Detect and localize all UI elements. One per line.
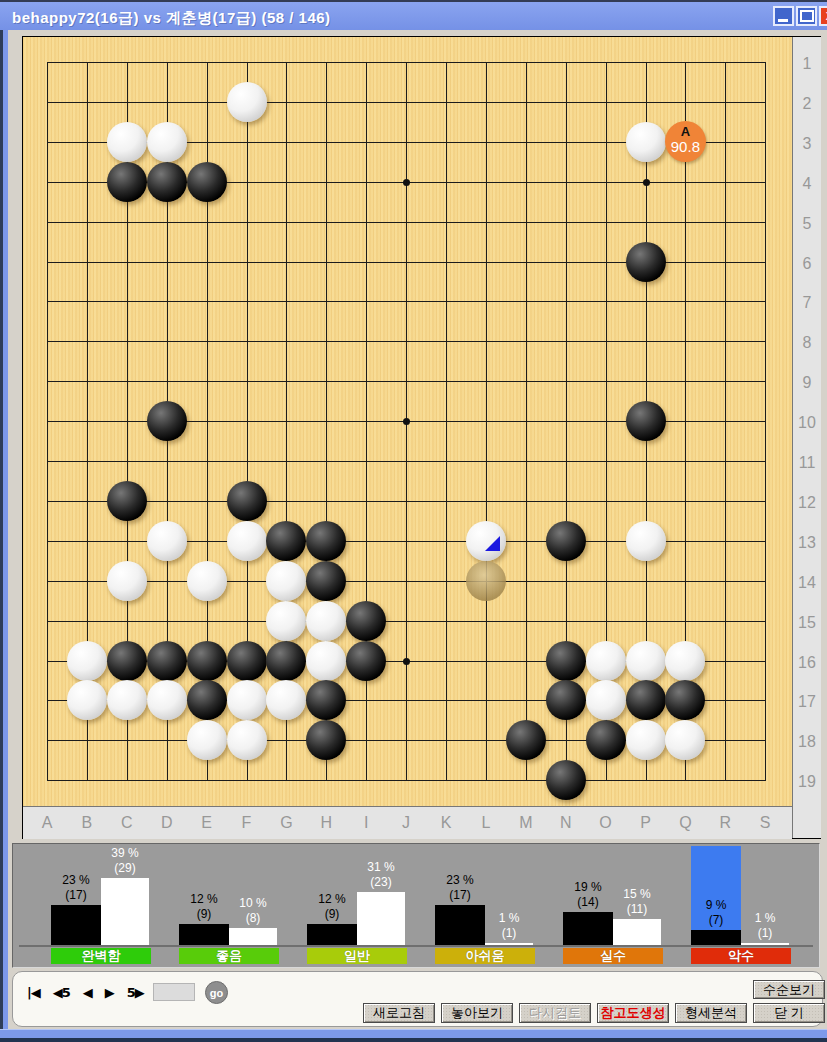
- row-label-8: 8: [795, 334, 819, 352]
- black-stone-E4[interactable]: [187, 162, 227, 202]
- white-stone-E14[interactable]: [187, 561, 227, 601]
- white-stone-C3[interactable]: [107, 122, 147, 162]
- category-label-일반: 일반: [307, 948, 407, 964]
- black-stone-I15[interactable]: [346, 601, 386, 641]
- grid-line: [526, 62, 527, 781]
- black-stone-G13[interactable]: [266, 521, 306, 561]
- white-stone-Q18[interactable]: [665, 720, 705, 760]
- column-coordinate-strip: ABCDEFGHIJKLMNOPQRS: [23, 806, 792, 839]
- move-number-input[interactable]: [153, 983, 195, 1001]
- move-list-button[interactable]: 수순보기: [753, 980, 825, 999]
- white-stone-D3[interactable]: [147, 122, 187, 162]
- white-stone-O16[interactable]: [586, 641, 626, 681]
- black-stone-N19[interactable]: [546, 760, 586, 800]
- value-label: 1 % (1): [477, 911, 541, 941]
- black-stone-O18[interactable]: [586, 720, 626, 760]
- black-stone-C4[interactable]: [107, 162, 147, 202]
- column-label-E: E: [195, 814, 219, 832]
- white-bar-악수: [741, 943, 789, 945]
- black-stone-H13[interactable]: [306, 521, 346, 561]
- category-label-완벽함: 완벽함: [51, 948, 151, 964]
- candidate-move-marker[interactable]: A90.8: [665, 121, 706, 162]
- black-stone-F12[interactable]: [227, 481, 267, 521]
- value-label: 1 % (1): [733, 911, 797, 941]
- white-stone-O17[interactable]: [586, 680, 626, 720]
- value-label: 10 % (8): [221, 896, 285, 926]
- black-stone-E17[interactable]: [187, 680, 227, 720]
- star-point: [403, 179, 410, 186]
- value-label: 31 % (23): [349, 860, 413, 890]
- white-stone-H16[interactable]: [306, 641, 346, 681]
- nav-button-back[interactable]: ◀: [83, 985, 92, 1000]
- white-bar-실수: [613, 919, 661, 945]
- action-button-참고도생성[interactable]: 참고도생성: [597, 1003, 669, 1023]
- nav-button-forward[interactable]: ▶: [105, 985, 114, 1000]
- black-stone-H14[interactable]: [306, 561, 346, 601]
- row-label-5: 5: [795, 215, 819, 233]
- window-title: behappy72(16급) vs 계춘병(17급) (58 / 146): [12, 9, 331, 28]
- white-bar-아쉬움: [485, 943, 533, 945]
- column-label-J: J: [394, 814, 418, 832]
- maximize-button[interactable]: [796, 6, 817, 26]
- column-label-I: I: [354, 814, 378, 832]
- row-label-19: 19: [795, 773, 819, 791]
- category-label-아쉬움: 아쉬움: [435, 948, 535, 964]
- column-label-Q: Q: [673, 814, 697, 832]
- row-label-18: 18: [795, 733, 819, 751]
- row-label-12: 12: [795, 494, 819, 512]
- column-label-O: O: [594, 814, 618, 832]
- column-label-B: B: [75, 814, 99, 832]
- value-label: 15 % (11): [605, 887, 669, 917]
- black-bar-일반: [307, 924, 357, 945]
- column-label-S: S: [753, 814, 777, 832]
- white-stone-F2[interactable]: [227, 82, 267, 122]
- value-label: 12 % (9): [300, 892, 364, 922]
- black-stone-C12[interactable]: [107, 481, 147, 521]
- white-stone-F18[interactable]: [227, 720, 267, 760]
- white-stone-D13[interactable]: [147, 521, 187, 561]
- white-stone-H15[interactable]: [306, 601, 346, 641]
- row-label-6: 6: [795, 255, 819, 273]
- column-label-G: G: [274, 814, 298, 832]
- row-label-1: 1: [795, 55, 819, 73]
- grid-line: [47, 501, 766, 502]
- close-button[interactable]: X: [819, 6, 827, 26]
- white-stone-P18[interactable]: [626, 720, 666, 760]
- action-button-놓아보기[interactable]: 놓아보기: [441, 1003, 513, 1023]
- white-stone-F17[interactable]: [227, 680, 267, 720]
- black-stone-H17[interactable]: [306, 680, 346, 720]
- white-stone-G15[interactable]: [266, 601, 306, 641]
- black-stone-E16[interactable]: [187, 641, 227, 681]
- window-bottom-border: [0, 1029, 827, 1042]
- black-stone-Q17[interactable]: [665, 680, 705, 720]
- go-board[interactable]: A90.8: [23, 37, 792, 806]
- black-stone-P6[interactable]: [626, 242, 666, 282]
- star-point: [643, 179, 650, 186]
- row-label-3: 3: [795, 135, 819, 153]
- grid-line: [47, 621, 766, 622]
- star-point: [403, 418, 410, 425]
- value-label: 23 % (17): [44, 873, 108, 903]
- grid-line: [47, 461, 766, 462]
- column-label-L: L: [474, 814, 498, 832]
- black-stone-C16[interactable]: [107, 641, 147, 681]
- row-label-16: 16: [795, 654, 819, 672]
- category-label-좋음: 좋음: [179, 948, 279, 964]
- white-stone-P3[interactable]: [626, 122, 666, 162]
- action-button-닫기[interactable]: 닫 기: [753, 1003, 825, 1023]
- column-label-F: F: [235, 814, 259, 832]
- row-coordinate-strip: 12345678910111213141516171819: [792, 37, 821, 838]
- white-stone-C17[interactable]: [107, 680, 147, 720]
- chart-baseline: [19, 945, 813, 947]
- candidate-winrate: 90.8: [665, 139, 706, 155]
- minimize-icon: [778, 19, 788, 22]
- white-stone-B17[interactable]: [67, 680, 107, 720]
- board-panel: 12345678910111213141516171819 ABCDEFGHIJ…: [22, 36, 821, 839]
- title-bar: behappy72(16급) vs 계춘병(17급) (58 / 146): [0, 0, 827, 30]
- row-label-17: 17: [795, 693, 819, 711]
- row-label-11: 11: [795, 454, 819, 472]
- row-label-10: 10: [795, 414, 819, 432]
- column-label-D: D: [155, 814, 179, 832]
- black-stone-N17[interactable]: [546, 680, 586, 720]
- row-label-13: 13: [795, 534, 819, 552]
- maximize-icon: [800, 10, 814, 22]
- column-label-N: N: [554, 814, 578, 832]
- row-label-14: 14: [795, 574, 819, 592]
- column-label-R: R: [713, 814, 737, 832]
- black-stone-F16[interactable]: [227, 641, 267, 681]
- row-label-2: 2: [795, 95, 819, 113]
- black-stone-D16[interactable]: [147, 641, 187, 681]
- row-label-15: 15: [795, 614, 819, 632]
- column-label-H: H: [314, 814, 338, 832]
- row-label-7: 7: [795, 294, 819, 312]
- white-stone-B16[interactable]: [67, 641, 107, 681]
- value-label: 23 % (17): [428, 873, 492, 903]
- white-stone-P16[interactable]: [626, 641, 666, 681]
- white-stone-P13[interactable]: [626, 521, 666, 561]
- row-label-9: 9: [795, 374, 819, 392]
- value-label: 39 % (29): [93, 846, 157, 876]
- column-label-P: P: [634, 814, 658, 832]
- white-bar-좋음: [229, 928, 277, 945]
- window-left-border: [0, 30, 8, 1030]
- black-stone-D4[interactable]: [147, 162, 187, 202]
- grid-line: [47, 581, 766, 582]
- nav-button-forward5[interactable]: 5▶: [127, 985, 144, 1000]
- move-quality-chart: 23 % (17)39 % (29)완벽함12 % (9)10 % (8)좋음1…: [12, 843, 820, 968]
- last-move-triangle-icon: [485, 536, 500, 551]
- column-label-M: M: [514, 814, 538, 832]
- column-label-C: C: [115, 814, 139, 832]
- white-stone-L13[interactable]: [466, 521, 506, 561]
- ghost-stone: [466, 561, 506, 601]
- black-stone-G16[interactable]: [266, 641, 306, 681]
- white-bar-일반: [357, 892, 405, 945]
- white-stone-G14[interactable]: [266, 561, 306, 601]
- white-stone-Q16[interactable]: [665, 641, 705, 681]
- black-stone-P10[interactable]: [626, 401, 666, 441]
- black-stone-N16[interactable]: [546, 641, 586, 681]
- white-stone-E18[interactable]: [187, 720, 227, 760]
- grid-line: [446, 62, 447, 781]
- action-button-다시검토: 다시검토: [519, 1003, 591, 1023]
- black-bar-좋음: [179, 924, 229, 945]
- minimize-button[interactable]: [773, 6, 794, 26]
- grid-line: [765, 62, 766, 781]
- nav-button-first[interactable]: |◀: [27, 985, 40, 1000]
- white-stone-D17[interactable]: [147, 680, 187, 720]
- action-button-새로고침[interactable]: 새로고침: [363, 1003, 435, 1023]
- black-bar-완벽함: [51, 905, 101, 945]
- action-button-형세분석[interactable]: 형세분석: [675, 1003, 747, 1023]
- star-point: [403, 658, 410, 665]
- go-button[interactable]: go: [205, 981, 228, 1004]
- nav-button-back5[interactable]: ◀5: [53, 985, 70, 1000]
- black-stone-I16[interactable]: [346, 641, 386, 681]
- white-stone-G17[interactable]: [266, 680, 306, 720]
- black-stone-D10[interactable]: [147, 401, 187, 441]
- black-stone-H18[interactable]: [306, 720, 346, 760]
- grid-line: [486, 62, 487, 781]
- candidate-label: A: [665, 125, 706, 139]
- row-label-4: 4: [795, 175, 819, 193]
- category-label-악수: 악수: [691, 948, 791, 964]
- grid-line: [725, 62, 726, 781]
- grid-line: [47, 780, 766, 781]
- black-stone-P17[interactable]: [626, 680, 666, 720]
- column-label-A: A: [35, 814, 59, 832]
- black-stone-M18[interactable]: [506, 720, 546, 760]
- white-bar-완벽함: [101, 878, 149, 945]
- white-stone-C14[interactable]: [107, 561, 147, 601]
- black-stone-N13[interactable]: [546, 521, 586, 561]
- category-label-실수: 실수: [563, 948, 663, 964]
- column-label-K: K: [434, 814, 458, 832]
- white-stone-F13[interactable]: [227, 521, 267, 561]
